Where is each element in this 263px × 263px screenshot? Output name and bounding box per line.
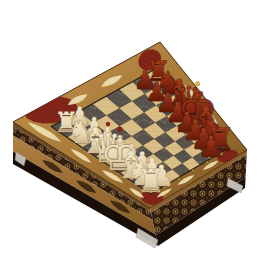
piece-black-pawn-h7[interactable]: ♟	[198, 130, 224, 164]
chess-set-scene: ♜♟♞♟♝♟♛♟♟♚♟♜♝♟♟♞♞♟♟♜♝♟♟♛♟♚♟♝♟♞♟♜	[0, 0, 263, 263]
white-king-finial	[118, 127, 123, 132]
chess-set-photo: ♜♟♞♟♝♟♛♟♟♚♟♜♝♟♟♞♞♟♟♜♝♟♟♛♟♚♟♝♟♞♟♜	[0, 0, 263, 263]
brass-pin	[178, 178, 181, 181]
white-king-finial	[106, 122, 110, 126]
brass-pin	[192, 169, 195, 172]
black-king-finial	[195, 81, 200, 86]
piece-white-rook-h1[interactable]: ♜	[137, 162, 166, 200]
piece-glyph: ♟	[198, 130, 224, 164]
piece-glyph: ♜	[137, 162, 166, 200]
